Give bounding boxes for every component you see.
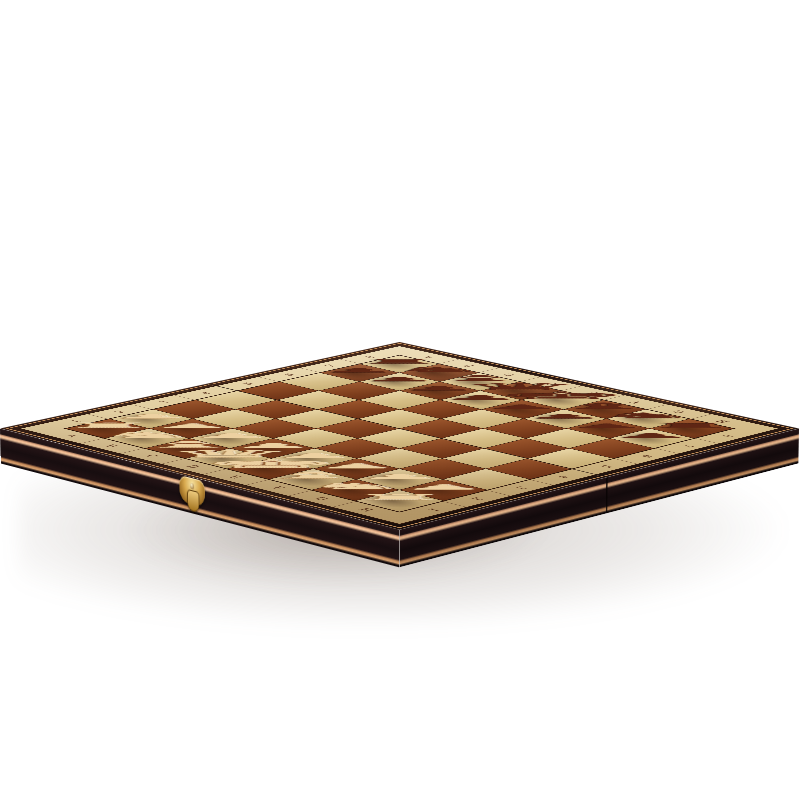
coordinate-label: 3	[155, 400, 171, 404]
piece-shadow	[310, 459, 387, 478]
square-h1	[356, 490, 443, 512]
square-g3	[400, 459, 485, 479]
file-label-e: E	[203, 469, 268, 485]
brass-latch	[179, 475, 205, 508]
square-f5	[442, 429, 525, 448]
piece-black-pawn: ♟	[382, 394, 580, 400]
piece-shadow	[397, 480, 476, 499]
coordinate-label: D	[184, 464, 203, 468]
square-g2	[357, 469, 442, 490]
coordinate-label: E	[227, 475, 245, 479]
piece-white-pawn: ♟	[50, 413, 252, 419]
square-h5	[528, 448, 612, 468]
coordinate-label: 2	[468, 496, 485, 500]
square-f4	[400, 438, 483, 458]
coordinate-label: G	[312, 496, 331, 501]
square-f1	[270, 469, 355, 490]
fold-seam-side	[606, 477, 608, 514]
square-h2	[400, 479, 486, 500]
coordinate-label: 6	[281, 373, 297, 377]
coordinate-label: 1	[424, 508, 442, 512]
coordinate-label: 4	[198, 391, 214, 395]
coordinate-label: H	[356, 507, 376, 512]
coordinate-label: 7	[679, 444, 696, 448]
piece-black-pawn: ♟	[464, 413, 666, 419]
coordinate-label: C	[143, 454, 161, 458]
square-e4	[358, 429, 441, 448]
square-g1	[313, 479, 399, 500]
coordinate-label: 6	[638, 454, 655, 458]
coordinate-label: 5	[240, 382, 256, 386]
product-photo-scene: ABCDEFGH ABCDEFGH 87654321 87654321 ♜♞♝♛…	[0, 0, 800, 800]
piece-black-pawn: ♟	[423, 404, 623, 410]
coordinate-label: 5	[597, 464, 614, 468]
square-h3	[444, 469, 529, 490]
piece-shadow	[266, 470, 344, 489]
square-h4	[486, 459, 571, 479]
square-g4	[443, 448, 527, 468]
coordinate-label: 3	[512, 486, 529, 490]
piece-black-rook: ♜	[304, 358, 496, 365]
coordinate-label: 4	[555, 475, 572, 479]
piece-black-pawn: ♟	[263, 367, 456, 373]
piece-shadow	[353, 470, 431, 489]
piece-black-pawn: ♟	[506, 423, 709, 429]
piece-white-rook: ♜	[6, 422, 210, 429]
piece-shadow	[309, 480, 388, 499]
coordinate-label: F	[269, 486, 287, 490]
piece-shadow	[352, 491, 431, 511]
square-h6	[570, 438, 653, 458]
piece-shadow	[224, 459, 301, 478]
square-g5	[485, 438, 568, 458]
